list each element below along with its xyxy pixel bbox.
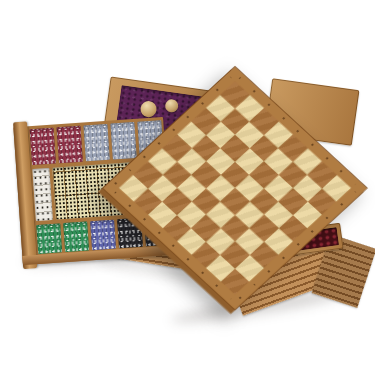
stored-chips-maroon	[277, 85, 301, 88]
chess-piece-top	[164, 98, 179, 113]
chip-stack-black	[117, 218, 143, 249]
chip-stack-slate	[83, 124, 109, 162]
chess-piece-top	[140, 100, 158, 118]
stored-chips-gray	[304, 89, 375, 101]
dice-compartment	[32, 168, 53, 221]
chip-stack-green	[63, 221, 89, 252]
chip-stack-slate	[110, 122, 136, 160]
game-set-photo: ♟	[0, 0, 375, 375]
chip-stack-blue	[90, 220, 116, 251]
chip-stack-green	[36, 223, 62, 254]
chip-stack-maroon	[56, 126, 82, 164]
chip-stack-maroon	[30, 128, 56, 166]
